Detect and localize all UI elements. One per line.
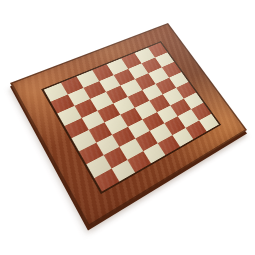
board-photo-scene [0, 0, 255, 255]
playing-field [41, 41, 221, 194]
chess-board [10, 23, 247, 227]
